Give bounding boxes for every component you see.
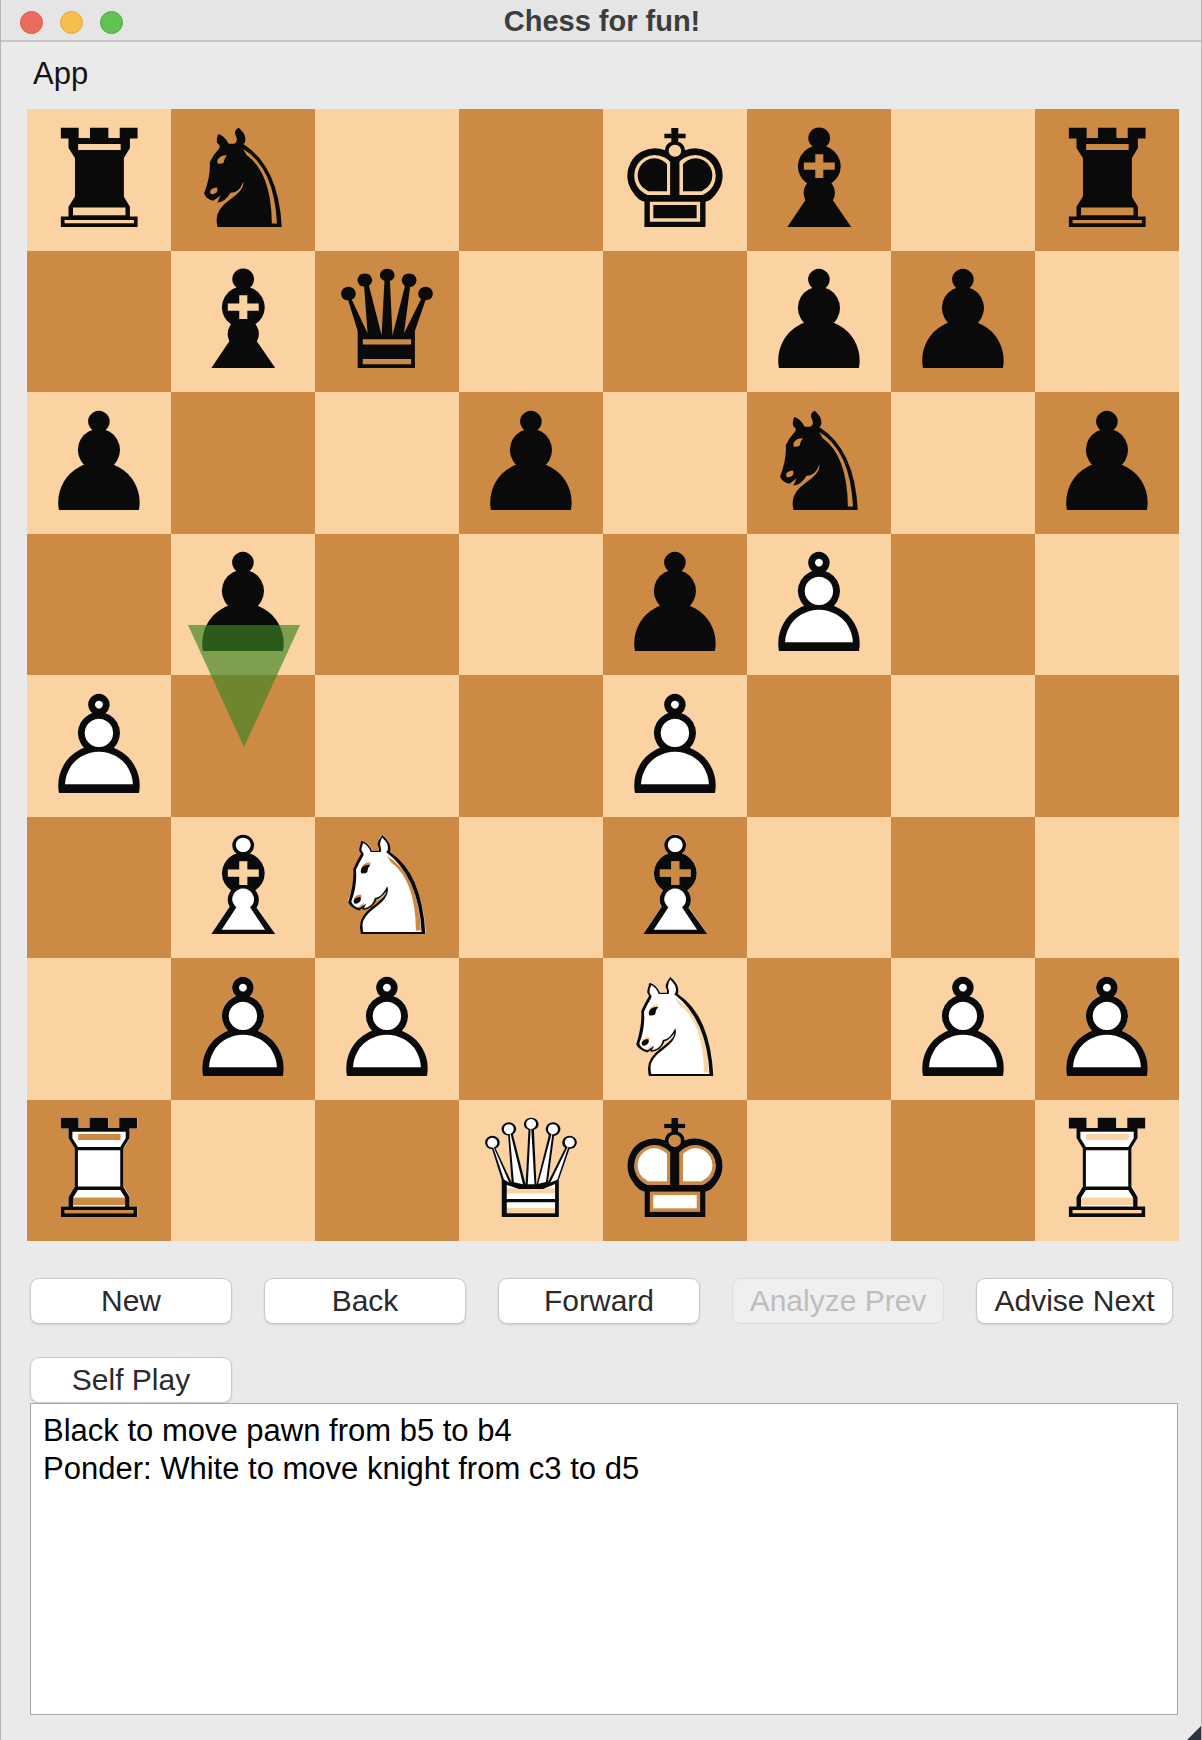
square-g4[interactable]	[891, 675, 1035, 817]
title-bar: Chess for fun!	[1, 0, 1202, 42]
piece-black-knight: ♞	[747, 392, 891, 534]
piece-white-pawn: ♙	[603, 675, 747, 817]
piece-white-pawn: ♙	[315, 958, 459, 1100]
square-h6[interactable]: ♟	[1035, 392, 1179, 534]
square-f1[interactable]	[747, 1100, 891, 1242]
square-a4[interactable]: ♟♙	[27, 675, 171, 817]
piece-white-rook: ♖	[27, 1100, 171, 1242]
square-h8[interactable]: ♜	[1035, 109, 1179, 251]
piece-white-pawn-fill: ♟	[315, 958, 459, 1100]
square-d8[interactable]	[459, 109, 603, 251]
square-e6[interactable]	[603, 392, 747, 534]
piece-white-rook-fill: ♜	[1035, 1100, 1179, 1242]
square-d4[interactable]	[459, 675, 603, 817]
square-g5[interactable]	[891, 534, 1035, 676]
piece-black-rook: ♜	[1035, 109, 1179, 251]
square-c8[interactable]	[315, 109, 459, 251]
menu-bar: App	[1, 44, 1202, 104]
piece-black-knight: ♞	[171, 109, 315, 251]
square-g2[interactable]: ♟♙	[891, 958, 1035, 1100]
window-resize-grip[interactable]	[1187, 1726, 1201, 1740]
square-e7[interactable]	[603, 251, 747, 393]
piece-black-queen: ♛	[315, 251, 459, 393]
square-d3[interactable]	[459, 817, 603, 959]
square-d6[interactable]: ♟	[459, 392, 603, 534]
piece-white-king: ♔	[603, 1100, 747, 1242]
piece-black-bishop: ♝	[171, 251, 315, 393]
chess-board: ♜♞♚♝♜♝♛♟♟♟♟♞♟♟♟♟♙♟♙♟♙♝♗♞♘♝♗♟♙♟♙♞♘♟♙♟♙♜♖♛…	[27, 109, 1179, 1241]
square-b8[interactable]: ♞	[171, 109, 315, 251]
square-f4[interactable]	[747, 675, 891, 817]
square-c7[interactable]: ♛	[315, 251, 459, 393]
piece-white-pawn: ♙	[27, 675, 171, 817]
piece-black-rook: ♜	[27, 109, 171, 251]
square-g3[interactable]	[891, 817, 1035, 959]
piece-black-pawn: ♟	[1035, 392, 1179, 534]
square-c6[interactable]	[315, 392, 459, 534]
square-f2[interactable]	[747, 958, 891, 1100]
piece-black-pawn: ♟	[891, 251, 1035, 393]
square-a1[interactable]: ♜♖	[27, 1100, 171, 1242]
square-h4[interactable]	[1035, 675, 1179, 817]
square-f6[interactable]: ♞	[747, 392, 891, 534]
square-c5[interactable]	[315, 534, 459, 676]
square-g8[interactable]	[891, 109, 1035, 251]
square-a3[interactable]	[27, 817, 171, 959]
piece-white-pawn: ♙	[171, 958, 315, 1100]
square-a2[interactable]	[27, 958, 171, 1100]
square-e2[interactable]: ♞♘	[603, 958, 747, 1100]
piece-white-knight: ♘	[315, 817, 459, 959]
square-e1[interactable]: ♚♔	[603, 1100, 747, 1242]
square-f3[interactable]	[747, 817, 891, 959]
square-e8[interactable]: ♚	[603, 109, 747, 251]
forward-button[interactable]: Forward	[498, 1278, 700, 1324]
piece-white-pawn: ♙	[1035, 958, 1179, 1100]
square-a5[interactable]	[27, 534, 171, 676]
piece-black-bishop: ♝	[747, 109, 891, 251]
square-h5[interactable]	[1035, 534, 1179, 676]
window-title: Chess for fun!	[1, 0, 1202, 42]
square-b1[interactable]	[171, 1100, 315, 1242]
piece-white-bishop: ♗	[171, 817, 315, 959]
piece-black-pawn: ♟	[459, 392, 603, 534]
square-b6[interactable]	[171, 392, 315, 534]
piece-white-pawn: ♙	[891, 958, 1035, 1100]
status-line-move: Black to move pawn from b5 to b4	[43, 1412, 1165, 1450]
piece-white-queen: ♕	[459, 1100, 603, 1242]
square-g6[interactable]	[891, 392, 1035, 534]
square-b3[interactable]: ♝♗	[171, 817, 315, 959]
menu-item-app[interactable]: App	[1, 56, 88, 92]
analyze-prev-button: Analyze Prev	[732, 1278, 944, 1324]
square-d5[interactable]	[459, 534, 603, 676]
square-f8[interactable]: ♝	[747, 109, 891, 251]
piece-black-pawn: ♟	[27, 392, 171, 534]
square-g1[interactable]	[891, 1100, 1035, 1242]
back-button[interactable]: Back	[264, 1278, 466, 1324]
square-h1[interactable]: ♜♖	[1035, 1100, 1179, 1242]
piece-black-pawn: ♟	[747, 251, 891, 393]
toolbar: NewBackForwardAnalyze PrevAdvise Next	[30, 1278, 1173, 1324]
piece-white-pawn-fill: ♟	[603, 675, 747, 817]
piece-white-knight-fill: ♞	[315, 817, 459, 959]
square-d1[interactable]: ♛♕	[459, 1100, 603, 1242]
square-a8[interactable]: ♜	[27, 109, 171, 251]
piece-white-pawn-fill: ♟	[891, 958, 1035, 1100]
square-g7[interactable]: ♟	[891, 251, 1035, 393]
piece-white-rook-fill: ♜	[27, 1100, 171, 1242]
piece-white-pawn-fill: ♟	[747, 534, 891, 676]
piece-black-pawn: ♟	[603, 534, 747, 676]
square-f5[interactable]: ♟♙	[747, 534, 891, 676]
square-b2[interactable]: ♟♙	[171, 958, 315, 1100]
square-a7[interactable]	[27, 251, 171, 393]
square-c4[interactable]	[315, 675, 459, 817]
square-h3[interactable]	[1035, 817, 1179, 959]
square-b7[interactable]: ♝	[171, 251, 315, 393]
piece-white-pawn-fill: ♟	[171, 958, 315, 1100]
piece-white-bishop: ♗	[603, 817, 747, 959]
status-line-ponder: Ponder: White to move knight from c3 to …	[43, 1450, 1165, 1488]
square-a6[interactable]: ♟	[27, 392, 171, 534]
piece-black-king: ♚	[603, 109, 747, 251]
piece-white-knight-fill: ♞	[603, 958, 747, 1100]
square-c2[interactable]: ♟♙	[315, 958, 459, 1100]
app-window: { "game": "chess", "position": { "fen": …	[0, 0, 1202, 1740]
engine-status-textarea[interactable]: Black to move pawn from b5 to b4 Ponder:…	[30, 1403, 1178, 1715]
square-c3[interactable]: ♞♘	[315, 817, 459, 959]
square-h2[interactable]: ♟♙	[1035, 958, 1179, 1100]
piece-white-pawn-fill: ♟	[1035, 958, 1179, 1100]
piece-white-pawn: ♙	[747, 534, 891, 676]
square-d2[interactable]	[459, 958, 603, 1100]
square-f7[interactable]: ♟	[747, 251, 891, 393]
piece-white-rook: ♖	[1035, 1100, 1179, 1242]
piece-white-knight: ♘	[603, 958, 747, 1100]
piece-white-king-fill: ♚	[603, 1100, 747, 1242]
piece-white-pawn-fill: ♟	[27, 675, 171, 817]
piece-white-bishop-fill: ♝	[603, 817, 747, 959]
square-c1[interactable]	[315, 1100, 459, 1242]
square-e5[interactable]: ♟	[603, 534, 747, 676]
self-play-button[interactable]: Self Play	[30, 1357, 232, 1403]
square-e3[interactable]: ♝♗	[603, 817, 747, 959]
new-button[interactable]: New	[30, 1278, 232, 1324]
square-e4[interactable]: ♟♙	[603, 675, 747, 817]
square-d7[interactable]	[459, 251, 603, 393]
piece-white-queen-fill: ♛	[459, 1100, 603, 1242]
piece-white-bishop-fill: ♝	[171, 817, 315, 959]
square-h7[interactable]	[1035, 251, 1179, 393]
advise-next-button[interactable]: Advise Next	[976, 1278, 1173, 1324]
